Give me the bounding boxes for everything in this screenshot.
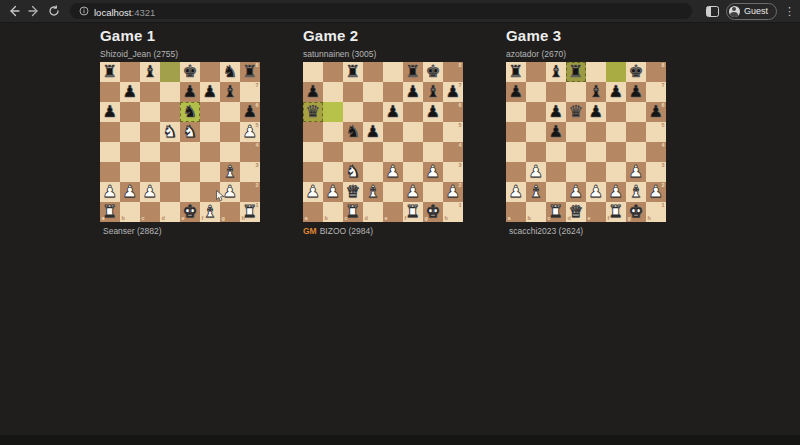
piece-white-pawn[interactable]: ♟: [303, 182, 323, 202]
square-f7[interactable]: ♟: [403, 82, 423, 102]
file-coordinate-g: g: [222, 216, 225, 222]
square-h2[interactable]: 2: [240, 182, 260, 202]
piece-white-pawn[interactable]: ♟: [120, 182, 140, 202]
piece-black-rook[interactable]: ♜: [403, 62, 423, 82]
square-b7[interactable]: ♟: [120, 82, 140, 102]
square-e3[interactable]: ♟: [383, 162, 403, 182]
forward-icon[interactable]: [26, 3, 42, 19]
piece-black-pawn[interactable]: ♟: [606, 82, 626, 102]
piece-white-pawn[interactable]: ♟: [383, 162, 403, 182]
square-f1[interactable]: ♝f: [200, 202, 220, 222]
square-g5[interactable]: [220, 122, 240, 142]
square-b2[interactable]: ♝: [526, 182, 546, 202]
file-coordinate-c: c: [548, 216, 551, 222]
square-h6[interactable]: ♟6: [646, 102, 666, 122]
square-h1[interactable]: 1h: [646, 202, 666, 222]
piece-black-queen[interactable]: ♛: [304, 103, 322, 121]
square-g7[interactable]: ♝: [220, 82, 240, 102]
piece-black-rook[interactable]: ♜: [100, 62, 120, 82]
square-g3[interactable]: ♝: [220, 162, 240, 182]
piece-black-pawn[interactable]: ♟: [100, 102, 120, 122]
square-g8[interactable]: ♚: [423, 62, 443, 82]
square-g8[interactable]: ♞: [220, 62, 240, 82]
piece-black-pawn[interactable]: ♟: [423, 102, 443, 122]
square-h4[interactable]: 4: [240, 142, 260, 162]
square-f3[interactable]: [606, 162, 626, 182]
square-f8[interactable]: [200, 62, 220, 82]
file-coordinate-f: f: [608, 216, 610, 222]
square-a6[interactable]: [506, 102, 526, 122]
square-e2[interactable]: [383, 182, 403, 202]
square-e5[interactable]: ♞: [180, 122, 200, 142]
square-b1[interactable]: b: [526, 202, 546, 222]
square-b1[interactable]: b: [120, 202, 140, 222]
square-f7[interactable]: ♟: [200, 82, 220, 102]
piece-black-rook[interactable]: ♜: [567, 63, 585, 81]
rank-coordinate-8: 8: [661, 63, 664, 69]
square-b4[interactable]: [526, 142, 546, 162]
square-e5[interactable]: [383, 122, 403, 142]
piece-white-pawn[interactable]: ♟: [566, 182, 586, 202]
piece-white-bishop[interactable]: ♝: [526, 182, 546, 202]
piece-black-rook[interactable]: ♜: [343, 62, 363, 82]
square-h3[interactable]: 3: [646, 162, 666, 182]
file-coordinate-a: a: [102, 216, 105, 222]
square-e6[interactable]: ♞: [180, 102, 200, 122]
rank-coordinate-6: 6: [661, 103, 664, 109]
square-d5[interactable]: [566, 122, 586, 142]
square-b2[interactable]: ♟: [120, 182, 140, 202]
square-a6[interactable]: ♟: [100, 102, 120, 122]
square-g6[interactable]: [626, 102, 646, 122]
square-d5[interactable]: ♞: [160, 122, 180, 142]
square-e6[interactable]: ♟: [383, 102, 403, 122]
square-e2[interactable]: [180, 182, 200, 202]
file-coordinate-f: f: [202, 216, 204, 222]
square-c7[interactable]: [140, 82, 160, 102]
square-g4[interactable]: [220, 142, 240, 162]
piece-black-bishop[interactable]: ♝: [140, 62, 160, 82]
profile-chip[interactable]: Guest: [726, 3, 777, 20]
file-coordinate-g: g: [628, 216, 631, 222]
square-h1[interactable]: 1h: [443, 202, 463, 222]
square-a4[interactable]: [506, 142, 526, 162]
square-a4[interactable]: [100, 142, 120, 162]
game-2-top-player: satunnainen (3005): [303, 49, 463, 59]
piece-white-knight[interactable]: ♞: [180, 122, 200, 142]
square-c8[interactable]: ♝: [140, 62, 160, 82]
square-a2[interactable]: ♟: [506, 182, 526, 202]
piece-white-pawn[interactable]: ♟: [100, 182, 120, 202]
square-d1[interactable]: d: [160, 202, 180, 222]
square-d4[interactable]: [363, 142, 383, 162]
piece-black-king[interactable]: ♚: [423, 62, 443, 82]
back-icon[interactable]: [6, 3, 22, 19]
piece-black-pawn[interactable]: ♟: [180, 82, 200, 102]
square-b4[interactable]: [120, 142, 140, 162]
square-h1[interactable]: ♜1h: [240, 202, 260, 222]
profile-avatar-icon: [729, 6, 740, 17]
square-a2[interactable]: ♟: [303, 182, 323, 202]
menu-kebab-icon[interactable]: ⋮: [784, 6, 794, 17]
square-c2[interactable]: ♛: [343, 182, 363, 202]
square-f3[interactable]: [403, 162, 423, 182]
piece-white-pawn[interactable]: ♟: [586, 182, 606, 202]
rank-coordinate-8: 8: [458, 63, 461, 69]
square-g5[interactable]: [423, 122, 443, 142]
square-c6[interactable]: ♟: [546, 102, 566, 122]
square-b7[interactable]: [323, 82, 343, 102]
square-e4[interactable]: [180, 142, 200, 162]
game-3-title: Game 3: [506, 27, 666, 44]
square-f8[interactable]: [606, 62, 626, 82]
piece-black-bishop[interactable]: ♝: [586, 82, 606, 102]
square-f2[interactable]: [200, 182, 220, 202]
square-f3[interactable]: [200, 162, 220, 182]
square-b2[interactable]: ♟: [323, 182, 343, 202]
square-c2[interactable]: [546, 182, 566, 202]
square-c5[interactable]: [140, 122, 160, 142]
square-d6[interactable]: [160, 102, 180, 122]
square-e8[interactable]: [586, 62, 606, 82]
square-b8[interactable]: [120, 62, 140, 82]
square-d3[interactable]: [160, 162, 180, 182]
square-b6[interactable]: [120, 102, 140, 122]
piece-white-pawn[interactable]: ♟: [220, 182, 240, 202]
piece-black-knight[interactable]: ♞: [343, 122, 363, 142]
square-e7[interactable]: [383, 82, 403, 102]
square-a1[interactable]: a: [506, 202, 526, 222]
square-h5[interactable]: 5: [646, 122, 666, 142]
square-g1[interactable]: ♚g: [626, 202, 646, 222]
square-a5[interactable]: [303, 122, 323, 142]
piece-white-pawn[interactable]: ♟: [606, 182, 626, 202]
square-c6[interactable]: [343, 102, 363, 122]
square-h7[interactable]: 7: [646, 82, 666, 102]
square-c7[interactable]: [343, 82, 363, 102]
square-c8[interactable]: ♜: [343, 62, 363, 82]
piece-black-pawn[interactable]: ♟: [546, 122, 566, 142]
file-coordinate-e: e: [588, 216, 591, 222]
file-coordinate-b: b: [122, 216, 125, 222]
square-f4[interactable]: [200, 142, 220, 162]
square-c1[interactable]: c: [140, 202, 160, 222]
piece-white-bishop[interactable]: ♝: [363, 182, 383, 202]
file-coordinate-e: e: [385, 216, 388, 222]
square-a4[interactable]: [303, 142, 323, 162]
square-c4[interactable]: [343, 142, 363, 162]
square-d8[interactable]: [160, 62, 180, 82]
square-b8[interactable]: [323, 62, 343, 82]
piece-white-knight[interactable]: ♞: [343, 162, 363, 182]
square-e1[interactable]: ♚e: [180, 202, 200, 222]
square-e4[interactable]: [383, 142, 403, 162]
piece-black-rook[interactable]: ♜: [506, 62, 526, 82]
square-a7[interactable]: ♟: [303, 82, 323, 102]
url-text: localhost:4321: [94, 2, 155, 20]
square-h5[interactable]: 5: [443, 122, 463, 142]
url-port: :4321: [132, 7, 156, 18]
file-coordinate-g: g: [425, 216, 428, 222]
square-d6[interactable]: [363, 102, 383, 122]
square-b3[interactable]: ♟: [526, 162, 546, 182]
square-c2[interactable]: ♟: [140, 182, 160, 202]
square-g1[interactable]: g: [220, 202, 240, 222]
square-b5[interactable]: [526, 122, 546, 142]
square-h7[interactable]: 7: [240, 82, 260, 102]
square-h8[interactable]: 8: [443, 62, 463, 82]
square-b5[interactable]: [323, 122, 343, 142]
square-h5[interactable]: ♟5: [240, 122, 260, 142]
square-c5[interactable]: ♟: [546, 122, 566, 142]
square-g6[interactable]: [220, 102, 240, 122]
square-b6[interactable]: [526, 102, 546, 122]
square-d2[interactable]: [160, 182, 180, 202]
game-2-board[interactable]: ♜♜♚8♟♟♝♟7♛♟♟6♞♟54♞♟♟3♟♟♛♝♟♟2ab♜cde♜f♚g1h: [303, 62, 463, 222]
square-c4[interactable]: [546, 142, 566, 162]
square-b6[interactable]: [323, 102, 343, 122]
square-g7[interactable]: ♝: [423, 82, 443, 102]
piece-black-knight[interactable]: ♞: [220, 62, 240, 82]
square-c1[interactable]: ♜c: [343, 202, 363, 222]
file-coordinate-a: a: [508, 216, 511, 222]
piece-black-pawn[interactable]: ♟: [303, 82, 323, 102]
square-c7[interactable]: [546, 82, 566, 102]
square-f2[interactable]: ♟: [403, 182, 423, 202]
rank-coordinate-1: 1: [255, 203, 258, 209]
square-f5[interactable]: [200, 122, 220, 142]
square-b5[interactable]: [120, 122, 140, 142]
square-c8[interactable]: ♝: [546, 62, 566, 82]
square-b1[interactable]: b: [323, 202, 343, 222]
square-d8[interactable]: [363, 62, 383, 82]
rank-coordinate-3: 3: [661, 163, 664, 169]
piece-black-pawn[interactable]: ♟: [626, 82, 646, 102]
square-e4[interactable]: [586, 142, 606, 162]
square-h2[interactable]: ♟2: [443, 182, 463, 202]
piece-black-pawn[interactable]: ♟: [200, 82, 220, 102]
piece-white-queen[interactable]: ♛: [343, 182, 363, 202]
square-e1[interactable]: e: [383, 202, 403, 222]
square-d1[interactable]: d: [363, 202, 383, 222]
square-h7[interactable]: ♟7: [443, 82, 463, 102]
square-c3[interactable]: [140, 162, 160, 182]
rank-coordinate-2: 2: [255, 183, 258, 189]
square-e8[interactable]: ♚: [180, 62, 200, 82]
square-f2[interactable]: ♟: [606, 182, 626, 202]
square-a7[interactable]: ♟: [506, 82, 526, 102]
piece-black-king[interactable]: ♚: [180, 62, 200, 82]
game-2-panel: Game 2 satunnainen (3005) ♜♜♚8♟♟♝♟7♛♟♟6♞…: [303, 27, 463, 236]
square-f1[interactable]: ♜f: [403, 202, 423, 222]
square-e6[interactable]: ♟: [586, 102, 606, 122]
piece-black-king[interactable]: ♚: [626, 62, 646, 82]
square-d6[interactable]: ♛: [566, 102, 586, 122]
square-b3[interactable]: [120, 162, 140, 182]
square-c3[interactable]: [546, 162, 566, 182]
game-2-title: Game 2: [303, 27, 463, 44]
square-g2[interactable]: [423, 182, 443, 202]
square-f6[interactable]: [606, 102, 626, 122]
square-a2[interactable]: ♟: [100, 182, 120, 202]
square-f4[interactable]: [403, 142, 423, 162]
file-coordinate-d: d: [162, 216, 165, 222]
square-g2[interactable]: ♟: [220, 182, 240, 202]
square-a1[interactable]: a: [303, 202, 323, 222]
url-bar[interactable]: localhost:4321: [70, 3, 692, 19]
file-coordinate-h: h: [648, 216, 651, 222]
square-d2[interactable]: ♝: [363, 182, 383, 202]
square-a5[interactable]: [100, 122, 120, 142]
piece-white-bishop[interactable]: ♝: [220, 162, 240, 182]
piece-black-bishop[interactable]: ♝: [220, 82, 240, 102]
rank-coordinate-8: 8: [255, 63, 258, 69]
rank-coordinate-7: 7: [661, 83, 664, 89]
piece-black-pawn[interactable]: ♟: [383, 102, 403, 122]
square-f4[interactable]: [606, 142, 626, 162]
square-h4[interactable]: 4: [443, 142, 463, 162]
square-e8[interactable]: [383, 62, 403, 82]
file-coordinate-h: h: [445, 216, 448, 222]
square-a3[interactable]: [506, 162, 526, 182]
piece-white-pawn[interactable]: ♟: [626, 162, 646, 182]
square-e1[interactable]: e: [586, 202, 606, 222]
square-d8[interactable]: ♜: [566, 62, 586, 82]
square-f7[interactable]: ♟: [606, 82, 626, 102]
square-c4[interactable]: [140, 142, 160, 162]
square-g2[interactable]: ♝: [626, 182, 646, 202]
square-g7[interactable]: ♟: [626, 82, 646, 102]
square-d1[interactable]: ♛d: [566, 202, 586, 222]
square-d3[interactable]: [566, 162, 586, 182]
square-b7[interactable]: [526, 82, 546, 102]
square-e3[interactable]: [180, 162, 200, 182]
square-h8[interactable]: ♜8: [240, 62, 260, 82]
square-h3[interactable]: 3: [443, 162, 463, 182]
square-a5[interactable]: [506, 122, 526, 142]
square-d7[interactable]: [160, 82, 180, 102]
square-e7[interactable]: ♝: [586, 82, 606, 102]
piece-black-pawn[interactable]: ♟: [120, 82, 140, 102]
square-f6[interactable]: [200, 102, 220, 122]
square-c1[interactable]: ♜c: [546, 202, 566, 222]
square-g6[interactable]: ♟: [423, 102, 443, 122]
file-coordinate-b: b: [325, 216, 328, 222]
square-e7[interactable]: ♟: [180, 82, 200, 102]
square-d3[interactable]: [363, 162, 383, 182]
game-3-top-player: azotador (2670): [506, 49, 666, 59]
square-g4[interactable]: [423, 142, 443, 162]
square-d5[interactable]: ♟: [363, 122, 383, 142]
piece-white-pawn[interactable]: ♟: [526, 162, 546, 182]
square-h3[interactable]: 3: [240, 162, 260, 182]
square-g8[interactable]: ♚: [626, 62, 646, 82]
piece-white-knight[interactable]: ♞: [160, 122, 180, 142]
browser-toolbar: localhost:4321 Guest ⋮: [0, 0, 800, 23]
square-d7[interactable]: [363, 82, 383, 102]
square-a3[interactable]: [100, 162, 120, 182]
square-f1[interactable]: ♜f: [606, 202, 626, 222]
rank-coordinate-2: 2: [458, 183, 461, 189]
piece-white-pawn[interactable]: ♟: [323, 182, 343, 202]
site-info-icon[interactable]: [79, 2, 89, 20]
square-d4[interactable]: [160, 142, 180, 162]
piece-black-bishop[interactable]: ♝: [423, 82, 443, 102]
game-3-bottom-player: scacchi2023 (2624): [506, 226, 666, 236]
square-g3[interactable]: ♟: [423, 162, 443, 182]
square-h8[interactable]: 8: [646, 62, 666, 82]
square-b3[interactable]: [323, 162, 343, 182]
games-row: Game 1 Shizoid_Jean (2755) ♜♝♚♞♜8♟♟♟♝7♟♞…: [0, 23, 800, 236]
square-a8[interactable]: ♜: [506, 62, 526, 82]
square-c3[interactable]: ♞: [343, 162, 363, 182]
square-e2[interactable]: ♟: [586, 182, 606, 202]
reload-icon[interactable]: [46, 3, 62, 19]
square-c6[interactable]: [140, 102, 160, 122]
square-h6[interactable]: 6: [443, 102, 463, 122]
square-g5[interactable]: [626, 122, 646, 142]
square-e5[interactable]: [586, 122, 606, 142]
game-1-board[interactable]: ♜♝♚♞♜8♟♟♟♝7♟♞♟6♞♞♟54♝3♟♟♟♟2♜abcd♚e♝fg♜1h: [100, 62, 260, 222]
square-a6[interactable]: ♛: [303, 102, 323, 122]
piece-black-pawn[interactable]: ♟: [363, 122, 383, 142]
piece-black-pawn[interactable]: ♟: [403, 82, 423, 102]
profile-label: Guest: [744, 6, 768, 16]
piece-white-pawn[interactable]: ♟: [506, 182, 526, 202]
square-g1[interactable]: ♚g: [423, 202, 443, 222]
square-a8[interactable]: [303, 62, 323, 82]
square-b8[interactable]: [526, 62, 546, 82]
file-coordinate-f: f: [405, 216, 407, 222]
piece-black-pawn[interactable]: ♟: [506, 82, 526, 102]
square-f8[interactable]: ♜: [403, 62, 423, 82]
square-c5[interactable]: ♞: [343, 122, 363, 142]
piece-black-queen[interactable]: ♛: [566, 102, 586, 122]
square-h6[interactable]: ♟6: [240, 102, 260, 122]
square-a7[interactable]: [100, 82, 120, 102]
piece-white-bishop[interactable]: ♝: [626, 182, 646, 202]
square-h4[interactable]: 4: [646, 142, 666, 162]
square-e3[interactable]: [586, 162, 606, 182]
piece-black-pawn[interactable]: ♟: [586, 102, 606, 122]
square-f5[interactable]: [403, 122, 423, 142]
square-a3[interactable]: [303, 162, 323, 182]
square-a8[interactable]: ♜: [100, 62, 120, 82]
piece-white-pawn[interactable]: ♟: [423, 162, 443, 182]
square-d4[interactable]: [566, 142, 586, 162]
piece-black-knight[interactable]: ♞: [181, 103, 199, 121]
rank-coordinate-3: 3: [255, 163, 258, 169]
square-f6[interactable]: [403, 102, 423, 122]
rank-coordinate-5: 5: [661, 123, 664, 129]
square-g4[interactable]: [626, 142, 646, 162]
game-3-board[interactable]: ♜♝♜♚8♟♝♟♟7♟♛♟♟6♟54♟♟3♟♝♟♟♟♝♟2ab♜c♛de♜f♚g…: [506, 62, 666, 222]
rank-coordinate-7: 7: [458, 83, 461, 89]
square-d2[interactable]: ♟: [566, 182, 586, 202]
rank-coordinate-7: 7: [255, 83, 258, 89]
square-b4[interactable]: [323, 142, 343, 162]
piece-black-bishop[interactable]: ♝: [546, 62, 566, 82]
square-f5[interactable]: [606, 122, 626, 142]
square-d7[interactable]: [566, 82, 586, 102]
square-g3[interactable]: ♟: [626, 162, 646, 182]
square-h2[interactable]: ♟2: [646, 182, 666, 202]
piece-white-pawn[interactable]: ♟: [403, 182, 423, 202]
piece-black-pawn[interactable]: ♟: [546, 102, 566, 122]
piece-white-pawn[interactable]: ♟: [140, 182, 160, 202]
square-a1[interactable]: ♜a: [100, 202, 120, 222]
side-panel-icon[interactable]: [706, 6, 719, 17]
